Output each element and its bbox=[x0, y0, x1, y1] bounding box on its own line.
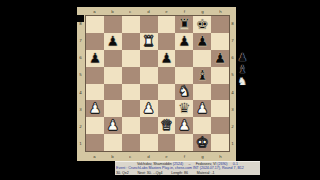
square-a2[interactable] bbox=[86, 117, 104, 134]
file-label-a: a bbox=[85, 152, 103, 161]
file-label-c: c bbox=[121, 7, 139, 15]
white-pawn[interactable]: ♟ bbox=[142, 101, 155, 116]
square-h6[interactable]: ♟ bbox=[211, 50, 229, 67]
square-a7[interactable] bbox=[86, 33, 104, 50]
rank-label-1: 1 bbox=[77, 135, 85, 152]
file-label-h: h bbox=[212, 152, 230, 161]
square-d7[interactable]: ♜ bbox=[140, 33, 158, 50]
material-tray: ♟♝♞ bbox=[236, 52, 249, 88]
square-h5[interactable] bbox=[211, 67, 229, 84]
square-f5[interactable] bbox=[175, 67, 193, 84]
black-bishop[interactable]: ♝ bbox=[196, 68, 209, 83]
square-e7[interactable] bbox=[158, 33, 176, 50]
square-f8[interactable]: ♜ bbox=[175, 16, 193, 33]
file-label-b: b bbox=[103, 7, 121, 15]
black-king[interactable]: ♚ bbox=[196, 17, 209, 32]
square-a4[interactable] bbox=[86, 84, 104, 101]
square-b3[interactable] bbox=[104, 100, 122, 117]
white-queen[interactable]: ♛ bbox=[160, 118, 173, 133]
square-b2[interactable]: ♟ bbox=[104, 117, 122, 134]
square-h7[interactable] bbox=[211, 33, 229, 50]
square-g1[interactable]: ♚ bbox=[193, 134, 211, 151]
square-e6[interactable]: ♟ bbox=[158, 50, 176, 67]
rank-label-8: 8 bbox=[230, 15, 236, 32]
rank-label-7: 7 bbox=[230, 32, 236, 49]
square-d8[interactable] bbox=[140, 16, 158, 33]
side-to-move-indicator bbox=[77, 15, 84, 22]
last-move-label: 30. Qe2 bbox=[116, 170, 129, 174]
square-h4[interactable] bbox=[211, 84, 229, 101]
square-g7[interactable]: ♟ bbox=[193, 33, 211, 50]
square-c6[interactable] bbox=[122, 50, 140, 67]
rank-labels-left: 87654321 bbox=[77, 15, 85, 152]
file-label-e: e bbox=[158, 152, 176, 161]
square-b4[interactable] bbox=[104, 84, 122, 101]
square-d1[interactable] bbox=[140, 134, 158, 151]
square-h3[interactable] bbox=[211, 100, 229, 117]
white-pawn[interactable]: ♟ bbox=[196, 101, 209, 116]
file-label-d: d bbox=[139, 152, 157, 161]
rank-label-7: 7 bbox=[77, 32, 85, 49]
square-b8[interactable] bbox=[104, 16, 122, 33]
square-g6[interactable] bbox=[193, 50, 211, 67]
black-queen[interactable]: ♛ bbox=[178, 101, 191, 116]
square-a3[interactable]: ♟ bbox=[86, 100, 104, 117]
file-label-a: a bbox=[85, 7, 103, 15]
move-status-line: 30. Qe2 Next: 30. ...Qg4 Length: 86 Mate… bbox=[115, 170, 260, 174]
square-e5[interactable] bbox=[158, 67, 176, 84]
square-f7[interactable]: ♟ bbox=[175, 33, 193, 50]
square-g3[interactable]: ♟ bbox=[193, 100, 211, 117]
square-c4[interactable] bbox=[122, 84, 140, 101]
square-g4[interactable] bbox=[193, 84, 211, 101]
rank-label-6: 6 bbox=[77, 49, 85, 66]
rank-label-4: 4 bbox=[77, 84, 85, 101]
square-f3[interactable]: ♛ bbox=[175, 100, 193, 117]
file-label-g: g bbox=[194, 152, 212, 161]
square-e2[interactable]: ♛ bbox=[158, 117, 176, 134]
square-d2[interactable] bbox=[140, 117, 158, 134]
square-b6[interactable] bbox=[104, 50, 122, 67]
white-pawn[interactable]: ♟ bbox=[178, 118, 191, 133]
file-label-e: e bbox=[158, 7, 176, 15]
square-e1[interactable] bbox=[158, 134, 176, 151]
board[interactable]: ♜♚♟♜♟♟♟♟♟♝♞♟♟♛♟♟♛♟♚ bbox=[85, 15, 230, 152]
file-label-g: g bbox=[194, 7, 212, 15]
file-label-h: h bbox=[212, 7, 230, 15]
square-c2[interactable] bbox=[122, 117, 140, 134]
next-move-label: Next: 30. ...Qg4 bbox=[137, 170, 162, 174]
black-pawn[interactable]: ♟ bbox=[196, 34, 209, 49]
rank-label-2: 2 bbox=[230, 118, 236, 135]
square-h8[interactable] bbox=[211, 16, 229, 33]
black-pawn[interactable]: ♟ bbox=[214, 51, 227, 66]
chess-app-window: abcdefgh abcdefgh 87654321 87654321 ♜♚♟♜… bbox=[0, 0, 320, 180]
square-g2[interactable] bbox=[193, 117, 211, 134]
square-d6[interactable] bbox=[140, 50, 158, 67]
square-a5[interactable] bbox=[86, 67, 104, 84]
file-labels-top: abcdefgh bbox=[85, 7, 230, 15]
game-length-label: Length: 86 bbox=[171, 170, 188, 174]
black-pawn[interactable]: ♟ bbox=[160, 51, 173, 66]
square-b7[interactable]: ♟ bbox=[104, 33, 122, 50]
square-h1[interactable] bbox=[211, 134, 229, 151]
white-knight[interactable]: ♞ bbox=[178, 84, 191, 99]
file-label-b: b bbox=[103, 152, 121, 161]
file-label-f: f bbox=[176, 152, 194, 161]
square-d5[interactable] bbox=[140, 67, 158, 84]
square-d4[interactable] bbox=[140, 84, 158, 101]
file-label-c: c bbox=[121, 152, 139, 161]
game-info-panel: Vokhidov, Shamsiddin (2524) – Fedoseev, … bbox=[115, 161, 260, 175]
rank-label-3: 3 bbox=[230, 101, 236, 118]
rank-label-2: 2 bbox=[77, 118, 85, 135]
square-c7[interactable] bbox=[122, 33, 140, 50]
black-pawn[interactable]: ♟ bbox=[89, 51, 102, 66]
white-king[interactable]: ♚ bbox=[196, 135, 209, 150]
square-c8[interactable] bbox=[122, 16, 140, 33]
white-pawn[interactable]: ♟ bbox=[89, 101, 102, 116]
file-label-f: f bbox=[176, 7, 194, 15]
square-a6[interactable]: ♟ bbox=[86, 50, 104, 67]
square-e8[interactable] bbox=[158, 16, 176, 33]
square-f6[interactable] bbox=[175, 50, 193, 67]
square-g5[interactable]: ♝ bbox=[193, 67, 211, 84]
square-e4[interactable] bbox=[158, 84, 176, 101]
square-h2[interactable] bbox=[211, 117, 229, 134]
white-knight-icon: ♞ bbox=[238, 76, 248, 88]
square-f4[interactable]: ♞ bbox=[175, 84, 193, 101]
white-rook[interactable]: ♜ bbox=[142, 34, 155, 49]
square-f2[interactable]: ♟ bbox=[175, 117, 193, 134]
rank-label-3: 3 bbox=[77, 101, 85, 118]
material-balance-label: Material: -1 bbox=[197, 170, 215, 174]
square-b1[interactable] bbox=[104, 134, 122, 151]
square-b5[interactable] bbox=[104, 67, 122, 84]
black-pawn[interactable]: ♟ bbox=[178, 34, 191, 49]
square-c3[interactable] bbox=[122, 100, 140, 117]
rank-label-5: 5 bbox=[77, 66, 85, 83]
black-rook[interactable]: ♜ bbox=[178, 17, 191, 32]
square-d3[interactable]: ♟ bbox=[140, 100, 158, 117]
square-c5[interactable] bbox=[122, 67, 140, 84]
square-c1[interactable] bbox=[122, 134, 140, 151]
file-labels-bottom: abcdefgh bbox=[85, 152, 230, 161]
black-pawn[interactable]: ♟ bbox=[107, 34, 120, 49]
square-e3[interactable] bbox=[158, 100, 176, 117]
rank-label-1: 1 bbox=[230, 135, 236, 152]
file-label-d: d bbox=[139, 7, 157, 15]
square-a1[interactable] bbox=[86, 134, 104, 151]
square-f1[interactable] bbox=[175, 134, 193, 151]
white-pawn[interactable]: ♟ bbox=[107, 118, 120, 133]
square-g8[interactable]: ♚ bbox=[193, 16, 211, 33]
square-a8[interactable] bbox=[86, 16, 104, 33]
